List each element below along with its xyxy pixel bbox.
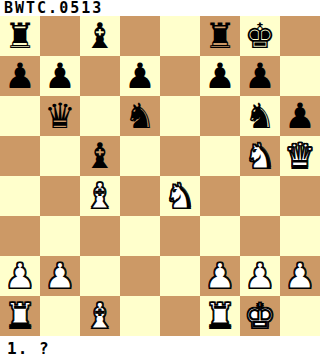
square-h7[interactable]: [280, 56, 320, 96]
square-e4[interactable]: ♞: [160, 176, 200, 216]
piece-white-king[interactable]: ♚: [244, 296, 275, 336]
square-d2[interactable]: [120, 256, 160, 296]
square-c8[interactable]: ♝: [80, 16, 120, 56]
piece-white-knight[interactable]: ♞: [244, 136, 275, 176]
square-e5[interactable]: [160, 136, 200, 176]
square-g5[interactable]: ♞: [240, 136, 280, 176]
square-e3[interactable]: [160, 216, 200, 256]
piece-white-pawn[interactable]: ♟: [4, 256, 35, 296]
puzzle-title: BWTC.0513: [0, 0, 320, 16]
square-a3[interactable]: [0, 216, 40, 256]
piece-white-rook[interactable]: ♜: [4, 296, 35, 336]
piece-white-pawn[interactable]: ♟: [284, 256, 315, 296]
piece-black-pawn[interactable]: ♟: [44, 56, 75, 96]
square-e2[interactable]: [160, 256, 200, 296]
square-h1[interactable]: [280, 296, 320, 336]
square-g2[interactable]: ♟: [240, 256, 280, 296]
square-h2[interactable]: ♟: [280, 256, 320, 296]
square-f1[interactable]: ♜: [200, 296, 240, 336]
piece-white-bishop[interactable]: ♝: [84, 296, 115, 336]
square-a7[interactable]: ♟: [0, 56, 40, 96]
square-d3[interactable]: [120, 216, 160, 256]
square-b8[interactable]: [40, 16, 80, 56]
square-c7[interactable]: [80, 56, 120, 96]
square-a5[interactable]: [0, 136, 40, 176]
square-h6[interactable]: ♟: [280, 96, 320, 136]
square-e8[interactable]: [160, 16, 200, 56]
square-h3[interactable]: [280, 216, 320, 256]
piece-white-pawn[interactable]: ♟: [204, 256, 235, 296]
square-c1[interactable]: ♝: [80, 296, 120, 336]
square-b6[interactable]: ♛: [40, 96, 80, 136]
piece-black-pawn[interactable]: ♟: [284, 96, 315, 136]
square-d1[interactable]: [120, 296, 160, 336]
square-b5[interactable]: [40, 136, 80, 176]
square-c2[interactable]: [80, 256, 120, 296]
square-a6[interactable]: [0, 96, 40, 136]
square-g4[interactable]: [240, 176, 280, 216]
square-a1[interactable]: ♜: [0, 296, 40, 336]
square-c6[interactable]: [80, 96, 120, 136]
square-f6[interactable]: [200, 96, 240, 136]
square-h5[interactable]: ♛: [280, 136, 320, 176]
square-d6[interactable]: ♞: [120, 96, 160, 136]
square-a4[interactable]: [0, 176, 40, 216]
square-b1[interactable]: [40, 296, 80, 336]
piece-black-bishop[interactable]: ♝: [84, 136, 115, 176]
square-b7[interactable]: ♟: [40, 56, 80, 96]
square-f2[interactable]: ♟: [200, 256, 240, 296]
piece-black-pawn[interactable]: ♟: [124, 56, 155, 96]
square-f7[interactable]: ♟: [200, 56, 240, 96]
piece-black-queen[interactable]: ♛: [44, 96, 75, 136]
piece-white-knight[interactable]: ♞: [164, 176, 195, 216]
piece-white-rook[interactable]: ♜: [204, 296, 235, 336]
square-g1[interactable]: ♚: [240, 296, 280, 336]
move-prompt: 1. ?: [0, 336, 320, 360]
chess-board: ♜♝♜♚♟♟♟♟♟♛♞♞♟♝♞♛♝♞♟♟♟♟♟♜♝♜♚: [0, 16, 320, 336]
square-h4[interactable]: [280, 176, 320, 216]
chess-puzzle-window: BWTC.0513 ♜♝♜♚♟♟♟♟♟♛♞♞♟♝♞♛♝♞♟♟♟♟♟♜♝♜♚ 1.…: [0, 0, 320, 360]
piece-black-pawn[interactable]: ♟: [204, 56, 235, 96]
square-d7[interactable]: ♟: [120, 56, 160, 96]
square-e7[interactable]: [160, 56, 200, 96]
square-g3[interactable]: [240, 216, 280, 256]
piece-black-knight[interactable]: ♞: [244, 96, 275, 136]
square-g8[interactable]: ♚: [240, 16, 280, 56]
square-b3[interactable]: [40, 216, 80, 256]
square-g7[interactable]: ♟: [240, 56, 280, 96]
piece-white-pawn[interactable]: ♟: [44, 256, 75, 296]
piece-white-queen[interactable]: ♛: [284, 136, 315, 176]
square-b2[interactable]: ♟: [40, 256, 80, 296]
square-g6[interactable]: ♞: [240, 96, 280, 136]
piece-black-pawn[interactable]: ♟: [244, 56, 275, 96]
square-c3[interactable]: [80, 216, 120, 256]
square-d8[interactable]: [120, 16, 160, 56]
piece-black-bishop[interactable]: ♝: [84, 16, 115, 56]
square-a8[interactable]: ♜: [0, 16, 40, 56]
square-h8[interactable]: [280, 16, 320, 56]
square-d5[interactable]: [120, 136, 160, 176]
piece-black-pawn[interactable]: ♟: [4, 56, 35, 96]
square-b4[interactable]: [40, 176, 80, 216]
square-f8[interactable]: ♜: [200, 16, 240, 56]
piece-black-rook[interactable]: ♜: [204, 16, 235, 56]
piece-black-king[interactable]: ♚: [244, 16, 275, 56]
square-f5[interactable]: [200, 136, 240, 176]
piece-black-knight[interactable]: ♞: [124, 96, 155, 136]
square-a2[interactable]: ♟: [0, 256, 40, 296]
piece-white-pawn[interactable]: ♟: [244, 256, 275, 296]
piece-white-bishop[interactable]: ♝: [84, 176, 115, 216]
piece-black-rook[interactable]: ♜: [4, 16, 35, 56]
square-e6[interactable]: [160, 96, 200, 136]
square-f4[interactable]: [200, 176, 240, 216]
square-f3[interactable]: [200, 216, 240, 256]
square-c4[interactable]: ♝: [80, 176, 120, 216]
square-c5[interactable]: ♝: [80, 136, 120, 176]
square-d4[interactable]: [120, 176, 160, 216]
square-e1[interactable]: [160, 296, 200, 336]
